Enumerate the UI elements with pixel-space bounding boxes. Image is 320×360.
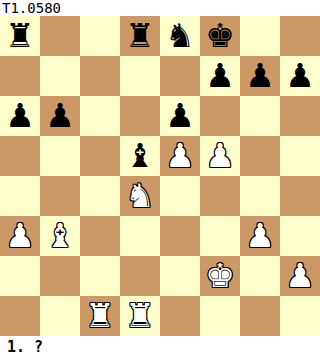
square-h2[interactable]: ♟ [280, 256, 320, 296]
square-f2[interactable]: ♚ [200, 256, 240, 296]
square-f8[interactable]: ♚ [200, 16, 240, 56]
piece-black-bishop: ♝ [125, 136, 155, 176]
piece-black-rook: ♜ [125, 16, 155, 56]
square-e2[interactable] [160, 256, 200, 296]
square-h3[interactable] [280, 216, 320, 256]
square-e1[interactable] [160, 296, 200, 336]
square-h8[interactable] [280, 16, 320, 56]
piece-white-rook: ♜ [85, 296, 115, 336]
square-h7[interactable]: ♟ [280, 56, 320, 96]
piece-black-pawn: ♟ [245, 56, 275, 96]
square-f6[interactable] [200, 96, 240, 136]
piece-black-rook: ♜ [5, 16, 35, 56]
square-g1[interactable] [240, 296, 280, 336]
square-b1[interactable] [40, 296, 80, 336]
piece-white-knight: ♞ [125, 176, 155, 216]
square-a7[interactable] [0, 56, 40, 96]
square-c8[interactable] [80, 16, 120, 56]
square-h5[interactable] [280, 136, 320, 176]
square-c3[interactable] [80, 216, 120, 256]
square-d7[interactable] [120, 56, 160, 96]
square-a6[interactable]: ♟ [0, 96, 40, 136]
square-f1[interactable] [200, 296, 240, 336]
square-a4[interactable] [0, 176, 40, 216]
square-b7[interactable] [40, 56, 80, 96]
square-b4[interactable] [40, 176, 80, 216]
square-c1[interactable]: ♜ [80, 296, 120, 336]
square-d4[interactable]: ♞ [120, 176, 160, 216]
square-e3[interactable] [160, 216, 200, 256]
square-f5[interactable]: ♟ [200, 136, 240, 176]
puzzle-id: T1.0580 [0, 0, 320, 16]
square-d8[interactable]: ♜ [120, 16, 160, 56]
square-b8[interactable] [40, 16, 80, 56]
square-e4[interactable] [160, 176, 200, 216]
square-c5[interactable] [80, 136, 120, 176]
piece-white-pawn: ♟ [245, 216, 275, 256]
square-d6[interactable] [120, 96, 160, 136]
piece-white-pawn: ♟ [205, 136, 235, 176]
square-d2[interactable] [120, 256, 160, 296]
square-c2[interactable] [80, 256, 120, 296]
move-prompt: 1. ? [0, 336, 320, 360]
square-a5[interactable] [0, 136, 40, 176]
piece-black-knight: ♞ [165, 16, 195, 56]
square-a8[interactable]: ♜ [0, 16, 40, 56]
square-f4[interactable] [200, 176, 240, 216]
piece-black-king: ♚ [205, 16, 235, 56]
square-e7[interactable] [160, 56, 200, 96]
square-f3[interactable] [200, 216, 240, 256]
piece-black-pawn: ♟ [165, 96, 195, 136]
piece-white-pawn: ♟ [5, 216, 35, 256]
square-d5[interactable]: ♝ [120, 136, 160, 176]
piece-white-king: ♚ [205, 256, 235, 296]
square-b3[interactable]: ♝ [40, 216, 80, 256]
piece-black-pawn: ♟ [285, 56, 315, 96]
square-e8[interactable]: ♞ [160, 16, 200, 56]
square-g4[interactable] [240, 176, 280, 216]
piece-black-pawn: ♟ [5, 96, 35, 136]
square-b6[interactable]: ♟ [40, 96, 80, 136]
piece-white-rook: ♜ [125, 296, 155, 336]
square-h6[interactable] [280, 96, 320, 136]
square-d1[interactable]: ♜ [120, 296, 160, 336]
square-g3[interactable]: ♟ [240, 216, 280, 256]
square-e5[interactable]: ♟ [160, 136, 200, 176]
piece-white-bishop: ♝ [45, 216, 75, 256]
square-h1[interactable] [280, 296, 320, 336]
square-e6[interactable]: ♟ [160, 96, 200, 136]
square-a3[interactable]: ♟ [0, 216, 40, 256]
piece-black-pawn: ♟ [45, 96, 75, 136]
piece-black-pawn: ♟ [205, 56, 235, 96]
square-c6[interactable] [80, 96, 120, 136]
chess-board: ♜♜♞♚♟♟♟♟♟♟♝♟♟♞♟♝♟♚♟♜♜ [0, 16, 320, 336]
square-h4[interactable] [280, 176, 320, 216]
square-b5[interactable] [40, 136, 80, 176]
square-d3[interactable] [120, 216, 160, 256]
square-g7[interactable]: ♟ [240, 56, 280, 96]
square-g2[interactable] [240, 256, 280, 296]
square-g5[interactable] [240, 136, 280, 176]
square-c4[interactable] [80, 176, 120, 216]
square-a1[interactable] [0, 296, 40, 336]
square-a2[interactable] [0, 256, 40, 296]
square-f7[interactable]: ♟ [200, 56, 240, 96]
square-g8[interactable] [240, 16, 280, 56]
piece-white-pawn: ♟ [285, 256, 315, 296]
square-g6[interactable] [240, 96, 280, 136]
square-c7[interactable] [80, 56, 120, 96]
square-b2[interactable] [40, 256, 80, 296]
piece-white-pawn: ♟ [165, 136, 195, 176]
